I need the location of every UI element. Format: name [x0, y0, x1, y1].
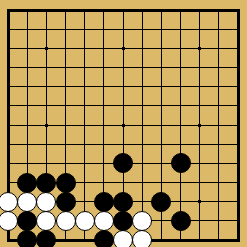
- black-stone[interactable]: [56, 192, 76, 212]
- white-stone[interactable]: [113, 230, 133, 247]
- black-stone[interactable]: [56, 173, 76, 193]
- star-point: [45, 47, 48, 50]
- white-stone[interactable]: [36, 192, 56, 212]
- star-point: [122, 124, 125, 127]
- star-point: [45, 124, 48, 127]
- star-point: [122, 47, 125, 50]
- white-stone[interactable]: [0, 192, 18, 212]
- white-stone[interactable]: [17, 192, 37, 212]
- go-board[interactable]: [0, 0, 247, 247]
- black-stone[interactable]: [171, 153, 191, 173]
- grid-line-vertical: [218, 10, 219, 240]
- black-stone[interactable]: [171, 211, 191, 231]
- white-stone[interactable]: [0, 211, 18, 231]
- white-stone[interactable]: [75, 211, 95, 231]
- black-stone[interactable]: [151, 192, 171, 212]
- white-stone[interactable]: [94, 211, 114, 231]
- grid-line-vertical: [142, 10, 143, 240]
- star-point: [198, 124, 201, 127]
- black-stone[interactable]: [113, 192, 133, 212]
- white-stone[interactable]: [132, 230, 152, 247]
- star-point: [198, 47, 201, 50]
- black-stone[interactable]: [94, 230, 114, 247]
- grid-line-vertical: [180, 10, 181, 240]
- black-stone[interactable]: [36, 230, 56, 247]
- black-stone[interactable]: [113, 211, 133, 231]
- black-stone[interactable]: [17, 173, 37, 193]
- white-stone[interactable]: [56, 211, 76, 231]
- black-stone[interactable]: [17, 211, 37, 231]
- black-stone[interactable]: [17, 230, 37, 247]
- star-point: [198, 200, 201, 203]
- white-stone[interactable]: [132, 211, 152, 231]
- grid-line-horizontal: [8, 144, 238, 145]
- black-stone[interactable]: [36, 173, 56, 193]
- black-stone[interactable]: [94, 192, 114, 212]
